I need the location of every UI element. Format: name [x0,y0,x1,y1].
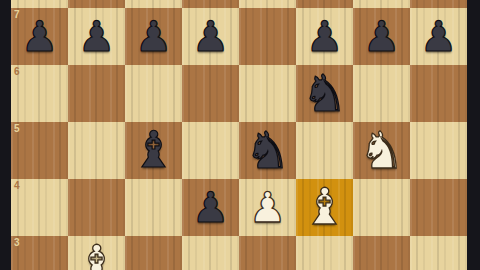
black-knight[interactable]: ♞ [296,65,353,122]
square-d6[interactable] [182,65,239,122]
square-h6[interactable] [410,65,467,122]
square-h7[interactable]: ♟ [410,8,467,65]
square-e6[interactable] [239,65,296,122]
white-bishop[interactable]: ♝ [68,236,125,270]
black-pawn[interactable]: ♟ [182,8,239,65]
square-c3[interactable] [125,236,182,270]
rank-label-3: 3 [14,237,20,248]
rank-label-6: 6 [14,66,20,77]
square-d3[interactable] [182,236,239,270]
black-pawn[interactable]: ♟ [11,8,68,65]
square-a5[interactable]: 5 [11,122,68,179]
square-e5[interactable]: ♞ [239,122,296,179]
square-h3[interactable] [410,236,467,270]
square-a6[interactable]: 6 [11,65,68,122]
square-h8[interactable] [410,0,467,8]
square-a7[interactable]: 7♟ [11,8,68,65]
white-pawn[interactable]: ♟ [239,179,296,236]
black-pawn[interactable]: ♟ [125,8,182,65]
square-e7[interactable] [239,8,296,65]
square-f6[interactable]: ♞ [296,65,353,122]
square-g4[interactable] [353,179,410,236]
black-pawn[interactable]: ♟ [182,179,239,236]
square-f7[interactable]: ♟ [296,8,353,65]
square-g6[interactable] [353,65,410,122]
square-b8[interactable] [68,0,125,8]
square-d7[interactable]: ♟ [182,8,239,65]
square-g7[interactable]: ♟ [353,8,410,65]
square-a3[interactable]: 3 [11,236,68,270]
square-g3[interactable] [353,236,410,270]
square-b6[interactable] [68,65,125,122]
rank-label-4: 4 [14,180,20,191]
black-bishop[interactable]: ♝ [125,122,182,179]
square-f5[interactable] [296,122,353,179]
square-h4[interactable] [410,179,467,236]
square-c7[interactable]: ♟ [125,8,182,65]
square-d8[interactable] [182,0,239,8]
square-e4[interactable]: ♟ [239,179,296,236]
square-f8[interactable] [296,0,353,8]
square-e8[interactable] [239,0,296,8]
square-c4[interactable] [125,179,182,236]
square-e3[interactable] [239,236,296,270]
square-d4[interactable]: ♟ [182,179,239,236]
chess-board: 7♟♟♟♟♟♟♟6♞5♝♞♞4♟♟♝3♝ [11,0,467,270]
square-b4[interactable] [68,179,125,236]
square-d5[interactable] [182,122,239,179]
square-c6[interactable] [125,65,182,122]
square-f3[interactable] [296,236,353,270]
white-knight[interactable]: ♞ [353,122,410,179]
square-g8[interactable] [353,0,410,8]
black-pawn[interactable]: ♟ [296,8,353,65]
square-b5[interactable] [68,122,125,179]
square-f4[interactable]: ♝ [296,179,353,236]
rank-label-5: 5 [14,123,20,134]
chess-app-screen: 7♟♟♟♟♟♟♟6♞5♝♞♞4♟♟♝3♝ [0,0,480,270]
square-h5[interactable] [410,122,467,179]
white-bishop[interactable]: ♝ [296,179,353,236]
square-c8[interactable] [125,0,182,8]
black-pawn[interactable]: ♟ [353,8,410,65]
square-b3[interactable]: ♝ [68,236,125,270]
square-c5[interactable]: ♝ [125,122,182,179]
square-a4[interactable]: 4 [11,179,68,236]
black-pawn[interactable]: ♟ [410,8,467,65]
square-g5[interactable]: ♞ [353,122,410,179]
black-pawn[interactable]: ♟ [68,8,125,65]
black-knight[interactable]: ♞ [239,122,296,179]
square-a8[interactable] [11,0,68,8]
square-b7[interactable]: ♟ [68,8,125,65]
